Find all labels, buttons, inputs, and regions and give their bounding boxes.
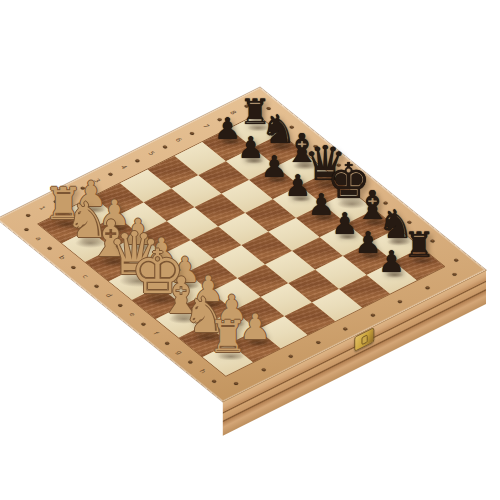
screw-icon (117, 303, 123, 307)
screw-icon (134, 158, 140, 162)
file-label-h: h (198, 369, 207, 375)
screw-icon (315, 340, 321, 344)
screw-icon (70, 265, 76, 269)
file-label-g: g (174, 350, 183, 356)
screw-icon (211, 379, 217, 383)
screw-icon (189, 131, 195, 135)
file-label-f: f (152, 331, 160, 335)
rank-label-4: 4 (119, 164, 128, 170)
file-label-c: c (81, 274, 90, 279)
black-pawn-h7: ♟ (378, 247, 405, 277)
screw-icon (397, 299, 403, 303)
screw-icon (162, 145, 168, 149)
screw-icon (164, 341, 170, 345)
white-rook-h1: ♜ (208, 315, 247, 359)
screw-icon (94, 284, 100, 288)
file-label-d: d (104, 293, 113, 299)
rank-label-6: 6 (174, 137, 183, 143)
screw-icon (424, 286, 430, 290)
file-label-b: b (57, 255, 66, 261)
screw-icon (107, 172, 113, 176)
screw-icon (25, 213, 31, 217)
product-photo-scene: a8b7c6d5e4f3g2h1 ♜♞♝♛♚♝♞♜♟♟♟♟♟♟♟♟♟♟♟♟♟♟♟… (0, 0, 500, 500)
file-label-e: e (128, 312, 137, 317)
screw-icon (453, 258, 459, 262)
screw-icon (370, 313, 376, 317)
screw-icon (233, 381, 239, 385)
rank-label-5: 5 (147, 151, 156, 157)
screw-icon (288, 354, 294, 358)
screw-icon (342, 327, 348, 331)
screw-icon (23, 227, 29, 231)
screw-icon (47, 246, 53, 250)
rank-label-7: 7 (201, 123, 210, 129)
screw-icon (188, 360, 194, 364)
screw-icon (452, 272, 458, 276)
screw-icon (141, 322, 147, 326)
screw-icon (260, 368, 266, 372)
black-rook-h8: ♜ (403, 228, 434, 263)
file-label-a: a (34, 236, 43, 241)
